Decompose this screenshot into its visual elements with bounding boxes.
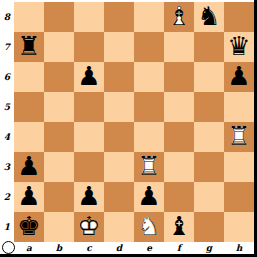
piece-black-knight: ♞ — [194, 2, 224, 32]
square-b6[interactable] — [44, 62, 74, 92]
square-a2[interactable]: ♟ — [14, 182, 44, 212]
square-a8[interactable] — [14, 2, 44, 32]
square-d8[interactable] — [104, 2, 134, 32]
square-f2[interactable] — [164, 182, 194, 212]
square-h8[interactable] — [224, 2, 254, 32]
rank-labels: 87654321 — [0, 2, 14, 242]
rank-label-6: 6 — [0, 62, 14, 92]
square-b5[interactable] — [44, 92, 74, 122]
square-a1[interactable]: ♚ — [14, 212, 44, 242]
square-c5[interactable] — [74, 92, 104, 122]
square-h4[interactable]: ♜♖ — [224, 122, 254, 152]
piece-white-knight: ♘ — [134, 212, 164, 242]
file-label-d: d — [104, 242, 134, 254]
square-g1[interactable] — [194, 212, 224, 242]
piece-black-pawn: ♟ — [134, 182, 164, 212]
square-d4[interactable] — [104, 122, 134, 152]
square-h3[interactable] — [224, 152, 254, 182]
piece-black-rook: ♜ — [14, 32, 44, 62]
square-f8[interactable]: ♝♗ — [164, 2, 194, 32]
piece-black-pawn: ♟ — [224, 62, 254, 92]
square-c2[interactable]: ♟ — [74, 182, 104, 212]
file-label-h: h — [224, 242, 254, 254]
square-h5[interactable] — [224, 92, 254, 122]
square-c6[interactable]: ♟ — [74, 62, 104, 92]
rank-label-2: 2 — [0, 182, 14, 212]
piece-black-bishop: ♝ — [164, 212, 194, 242]
square-e3[interactable]: ♜♖ — [134, 152, 164, 182]
square-b3[interactable] — [44, 152, 74, 182]
square-b8[interactable] — [44, 2, 74, 32]
rank-label-4: 4 — [0, 122, 14, 152]
chess-board: ♝♗♞♜♛♟♟♜♖♟♜♖♟♟♟♚♚♔♞♘♝ — [14, 2, 254, 242]
square-e4[interactable] — [134, 122, 164, 152]
file-label-g: g — [194, 242, 224, 254]
square-c4[interactable] — [74, 122, 104, 152]
square-h1[interactable] — [224, 212, 254, 242]
square-f6[interactable] — [164, 62, 194, 92]
square-h2[interactable] — [224, 182, 254, 212]
square-g8[interactable]: ♞ — [194, 2, 224, 32]
piece-black-queen: ♛ — [224, 32, 254, 62]
file-labels: abcdefgh — [14, 242, 254, 254]
square-d2[interactable] — [104, 182, 134, 212]
square-a5[interactable] — [14, 92, 44, 122]
rank-label-7: 7 — [0, 32, 14, 62]
square-e1[interactable]: ♞♘ — [134, 212, 164, 242]
square-f7[interactable] — [164, 32, 194, 62]
square-e7[interactable] — [134, 32, 164, 62]
square-a3[interactable]: ♟ — [14, 152, 44, 182]
square-d1[interactable] — [104, 212, 134, 242]
piece-black-pawn: ♟ — [14, 152, 44, 182]
square-c7[interactable] — [74, 32, 104, 62]
piece-white-bishop: ♗ — [164, 2, 194, 32]
square-d6[interactable] — [104, 62, 134, 92]
square-e8[interactable] — [134, 2, 164, 32]
file-label-c: c — [74, 242, 104, 254]
piece-white-king: ♔ — [74, 212, 104, 242]
square-g3[interactable] — [194, 152, 224, 182]
square-c1[interactable]: ♚♔ — [74, 212, 104, 242]
square-d5[interactable] — [104, 92, 134, 122]
square-f1[interactable]: ♝ — [164, 212, 194, 242]
rank-label-1: 1 — [0, 212, 14, 242]
square-b2[interactable] — [44, 182, 74, 212]
file-label-b: b — [44, 242, 74, 254]
chess-diagram: 87654321 ♝♗♞♜♛♟♟♜♖♟♜♖♟♟♟♚♚♔♞♘♝ abcdefgh — [0, 0, 257, 257]
square-g2[interactable] — [194, 182, 224, 212]
square-a7[interactable]: ♜ — [14, 32, 44, 62]
piece-black-pawn: ♟ — [74, 182, 104, 212]
square-d3[interactable] — [104, 152, 134, 182]
square-h6[interactable]: ♟ — [224, 62, 254, 92]
file-label-a: a — [14, 242, 44, 254]
square-g7[interactable] — [194, 32, 224, 62]
square-b4[interactable] — [44, 122, 74, 152]
square-e5[interactable] — [134, 92, 164, 122]
rank-label-8: 8 — [0, 2, 14, 32]
square-d7[interactable] — [104, 32, 134, 62]
piece-black-pawn: ♟ — [14, 182, 44, 212]
square-f4[interactable] — [164, 122, 194, 152]
white-to-move-indicator — [2, 241, 15, 254]
square-g5[interactable] — [194, 92, 224, 122]
file-label-f: f — [164, 242, 194, 254]
piece-white-rook: ♖ — [224, 122, 254, 152]
file-label-e: e — [134, 242, 164, 254]
rank-label-3: 3 — [0, 152, 14, 182]
square-b1[interactable] — [44, 212, 74, 242]
square-g4[interactable] — [194, 122, 224, 152]
square-g6[interactable] — [194, 62, 224, 92]
piece-black-king: ♚ — [14, 212, 44, 242]
piece-black-pawn: ♟ — [74, 62, 104, 92]
square-h7[interactable]: ♛ — [224, 32, 254, 62]
square-a4[interactable] — [14, 122, 44, 152]
square-c8[interactable] — [74, 2, 104, 32]
rank-label-5: 5 — [0, 92, 14, 122]
square-c3[interactable] — [74, 152, 104, 182]
square-b7[interactable] — [44, 32, 74, 62]
square-e2[interactable]: ♟ — [134, 182, 164, 212]
square-f3[interactable] — [164, 152, 194, 182]
piece-white-rook: ♖ — [134, 152, 164, 182]
square-a6[interactable] — [14, 62, 44, 92]
square-e6[interactable] — [134, 62, 164, 92]
square-f5[interactable] — [164, 92, 194, 122]
